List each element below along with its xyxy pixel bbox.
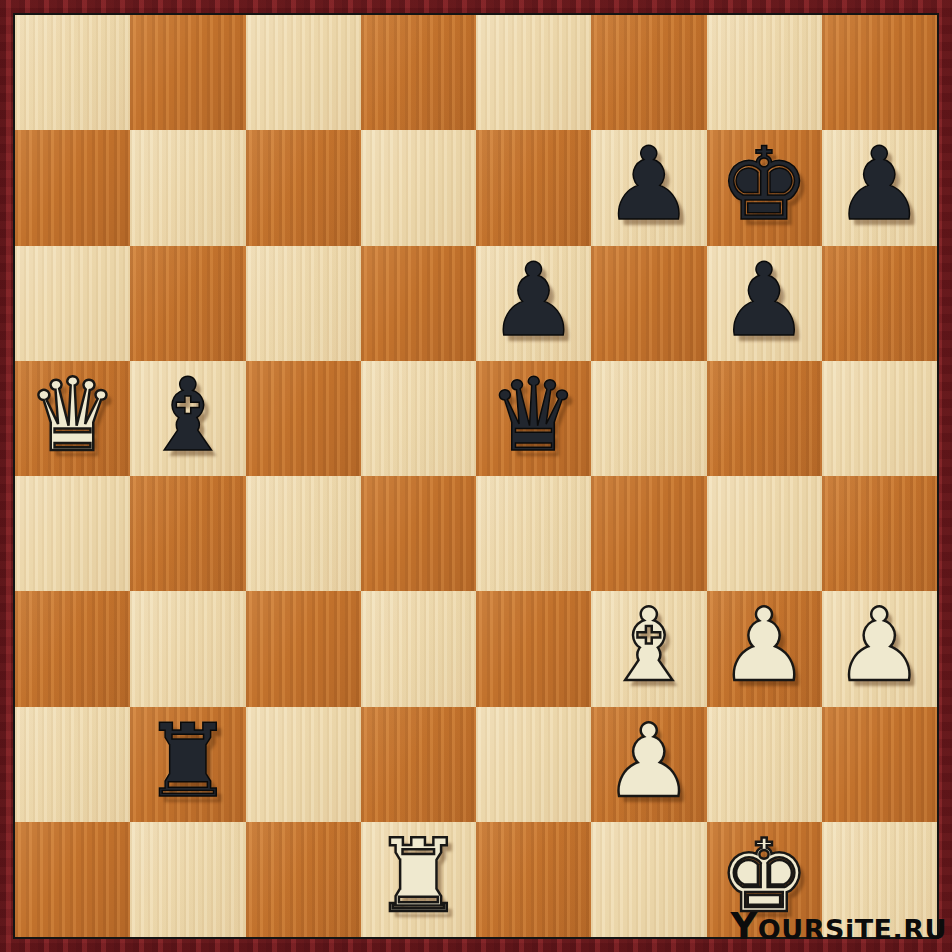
square-e3[interactable]	[476, 591, 591, 706]
square-f8[interactable]	[591, 15, 706, 130]
square-h2[interactable]	[822, 707, 937, 822]
square-g3[interactable]: ♟	[707, 591, 822, 706]
white-rook[interactable]: ♜	[373, 826, 464, 927]
square-h8[interactable]	[822, 15, 937, 130]
white-bishop[interactable]: ♝	[604, 595, 695, 696]
square-b5[interactable]: ♝	[130, 361, 245, 476]
square-a5[interactable]: ♛	[15, 361, 130, 476]
watermark: YOURSiTE.RU	[731, 908, 948, 945]
square-a3[interactable]	[15, 591, 130, 706]
square-e1[interactable]	[476, 822, 591, 937]
square-f5[interactable]	[591, 361, 706, 476]
square-b1[interactable]	[130, 822, 245, 937]
square-e5[interactable]: ♛	[476, 361, 591, 476]
square-c8[interactable]	[246, 15, 361, 130]
square-a6[interactable]	[15, 246, 130, 361]
square-e6[interactable]: ♟	[476, 246, 591, 361]
white-pawn[interactable]: ♟	[719, 595, 810, 696]
square-h3[interactable]: ♟	[822, 591, 937, 706]
square-a2[interactable]	[15, 707, 130, 822]
square-f2[interactable]: ♟	[591, 707, 706, 822]
square-d8[interactable]	[361, 15, 476, 130]
square-h7[interactable]: ♟	[822, 130, 937, 245]
white-queen[interactable]: ♛	[27, 365, 118, 466]
square-h5[interactable]	[822, 361, 937, 476]
board-frame: ♟♚♟♟♟♛♝♛♝♟♟♜♟♜♚ YOURSiTE.RU	[0, 0, 952, 952]
square-a4[interactable]	[15, 476, 130, 591]
square-e7[interactable]	[476, 130, 591, 245]
square-g7[interactable]: ♚	[707, 130, 822, 245]
black-king[interactable]: ♚	[719, 134, 810, 235]
square-c6[interactable]	[246, 246, 361, 361]
square-f1[interactable]	[591, 822, 706, 937]
square-f3[interactable]: ♝	[591, 591, 706, 706]
square-c7[interactable]	[246, 130, 361, 245]
square-d7[interactable]	[361, 130, 476, 245]
black-rook[interactable]: ♜	[143, 711, 234, 812]
black-pawn[interactable]: ♟	[488, 250, 579, 351]
black-pawn[interactable]: ♟	[604, 134, 695, 235]
square-a1[interactable]	[15, 822, 130, 937]
square-e2[interactable]	[476, 707, 591, 822]
square-b4[interactable]	[130, 476, 245, 591]
square-d1[interactable]: ♜	[361, 822, 476, 937]
square-a7[interactable]	[15, 130, 130, 245]
square-c1[interactable]	[246, 822, 361, 937]
black-pawn[interactable]: ♟	[719, 250, 810, 351]
white-pawn[interactable]: ♟	[834, 595, 925, 696]
square-g5[interactable]	[707, 361, 822, 476]
square-f7[interactable]: ♟	[591, 130, 706, 245]
square-b7[interactable]	[130, 130, 245, 245]
square-c2[interactable]	[246, 707, 361, 822]
square-c3[interactable]	[246, 591, 361, 706]
black-queen[interactable]: ♛	[488, 365, 579, 466]
square-f4[interactable]	[591, 476, 706, 591]
black-pawn[interactable]: ♟	[834, 134, 925, 235]
square-e8[interactable]	[476, 15, 591, 130]
square-h6[interactable]	[822, 246, 937, 361]
square-d6[interactable]	[361, 246, 476, 361]
square-b3[interactable]	[130, 591, 245, 706]
square-h4[interactable]	[822, 476, 937, 591]
black-bishop[interactable]: ♝	[143, 365, 234, 466]
square-g2[interactable]	[707, 707, 822, 822]
square-d5[interactable]	[361, 361, 476, 476]
square-f6[interactable]	[591, 246, 706, 361]
square-d4[interactable]	[361, 476, 476, 591]
square-d2[interactable]	[361, 707, 476, 822]
square-c5[interactable]	[246, 361, 361, 476]
square-g6[interactable]: ♟	[707, 246, 822, 361]
square-d3[interactable]	[361, 591, 476, 706]
square-g8[interactable]	[707, 15, 822, 130]
chess-board: ♟♚♟♟♟♛♝♛♝♟♟♜♟♜♚	[15, 15, 937, 937]
board-inner-border: ♟♚♟♟♟♛♝♛♝♟♟♜♟♜♚	[13, 13, 939, 939]
square-a8[interactable]	[15, 15, 130, 130]
square-e4[interactable]	[476, 476, 591, 591]
square-c4[interactable]	[246, 476, 361, 591]
white-pawn[interactable]: ♟	[604, 711, 695, 812]
square-b8[interactable]	[130, 15, 245, 130]
square-g4[interactable]	[707, 476, 822, 591]
square-b2[interactable]: ♜	[130, 707, 245, 822]
square-b6[interactable]	[130, 246, 245, 361]
